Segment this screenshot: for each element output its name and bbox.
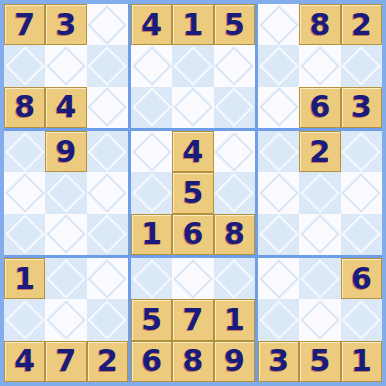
given-digit: 3 [56, 10, 77, 40]
cell-r7c2[interactable] [45, 258, 86, 299]
cell-r8c4: 5 [131, 299, 172, 340]
given-digit: 9 [56, 137, 77, 167]
cell-r2c5[interactable] [172, 45, 213, 86]
given-digit: 2 [310, 137, 331, 167]
diamond-icon [259, 259, 299, 299]
box-3: 8263 [258, 4, 382, 128]
cell-r4c2: 9 [45, 131, 86, 172]
diamond-icon [214, 173, 254, 213]
cell-r7c4[interactable] [131, 258, 172, 299]
given-digit: 1 [141, 219, 162, 249]
cell-r9c9: 1 [341, 341, 382, 382]
cell-r6c3[interactable] [87, 214, 128, 255]
given-digit: 5 [183, 178, 204, 208]
diamond-icon [300, 300, 340, 340]
cell-r7c1: 1 [4, 258, 45, 299]
diamond-icon [259, 5, 299, 45]
sudoku-board: 7384 415 8263 9 45168 2 1472 571689 6351 [0, 0, 386, 386]
diamond-icon [87, 300, 127, 340]
given-digit: 5 [141, 305, 162, 335]
cell-r6c6: 8 [214, 214, 255, 255]
given-digit: 4 [183, 137, 204, 167]
diamond-icon [341, 46, 381, 86]
given-digit: 5 [224, 10, 245, 40]
diamond-icon [259, 214, 299, 254]
cell-r5c2[interactable] [45, 172, 86, 213]
cell-r7c6[interactable] [214, 258, 255, 299]
diamond-icon [132, 46, 172, 86]
given-digit: 1 [14, 264, 35, 294]
given-digit: 6 [351, 264, 372, 294]
cell-r6c7[interactable] [258, 214, 299, 255]
diamond-icon [46, 259, 86, 299]
given-digit: 1 [183, 10, 204, 40]
cell-r3c8: 6 [299, 87, 340, 128]
cell-r8c8[interactable] [299, 299, 340, 340]
diamond-icon [173, 87, 213, 127]
cell-r3c2: 4 [45, 87, 86, 128]
cell-r9c8: 5 [299, 341, 340, 382]
diamond-icon [341, 173, 381, 213]
diamond-icon [300, 173, 340, 213]
box-2: 415 [131, 4, 255, 128]
given-digit: 6 [141, 346, 162, 376]
cell-r5c5: 5 [172, 172, 213, 213]
diamond-icon [259, 87, 299, 127]
cell-r4c1[interactable] [4, 131, 45, 172]
diamond-icon [259, 173, 299, 213]
diamond-icon [259, 46, 299, 86]
given-digit: 5 [310, 346, 331, 376]
box-5: 45168 [131, 131, 255, 255]
cell-r5c3[interactable] [87, 172, 128, 213]
diamond-icon [46, 214, 86, 254]
cell-r2c3[interactable] [87, 45, 128, 86]
cell-r6c5: 6 [172, 214, 213, 255]
given-digit: 6 [310, 92, 331, 122]
diamond-icon [341, 300, 381, 340]
cell-r6c4: 1 [131, 214, 172, 255]
cell-r1c3[interactable] [87, 4, 128, 45]
cell-r3c4[interactable] [131, 87, 172, 128]
diamond-icon [214, 46, 254, 86]
cell-r1c4: 4 [131, 4, 172, 45]
cell-r8c9[interactable] [341, 299, 382, 340]
cell-r7c5[interactable] [172, 258, 213, 299]
diamond-icon [87, 259, 127, 299]
cell-r5c8[interactable] [299, 172, 340, 213]
diamond-icon [46, 173, 86, 213]
cell-r4c7[interactable] [258, 131, 299, 172]
diamond-icon [132, 132, 172, 172]
diamond-icon [46, 300, 86, 340]
cell-r5c6[interactable] [214, 172, 255, 213]
cell-r3c7[interactable] [258, 87, 299, 128]
cell-r9c5: 8 [172, 341, 213, 382]
given-digit: 3 [268, 346, 289, 376]
cell-r3c5[interactable] [172, 87, 213, 128]
cell-r9c7: 3 [258, 341, 299, 382]
cell-r1c7[interactable] [258, 4, 299, 45]
cell-r7c8[interactable] [299, 258, 340, 299]
diamond-icon [87, 173, 127, 213]
cell-r9c6: 9 [214, 341, 255, 382]
cell-r3c9: 3 [341, 87, 382, 128]
given-digit: 8 [14, 92, 35, 122]
given-digit: 4 [14, 346, 35, 376]
cell-r6c1[interactable] [4, 214, 45, 255]
cell-r9c3: 2 [87, 341, 128, 382]
box-6: 2 [258, 131, 382, 255]
cell-r7c7[interactable] [258, 258, 299, 299]
cell-r4c8: 2 [299, 131, 340, 172]
given-digit: 7 [14, 10, 35, 40]
cell-r2c4[interactable] [131, 45, 172, 86]
box-9: 6351 [258, 258, 382, 382]
cell-r4c5: 4 [172, 131, 213, 172]
diamond-icon [5, 214, 45, 254]
diamond-icon [87, 87, 127, 127]
cell-r4c9[interactable] [341, 131, 382, 172]
cell-r1c8: 8 [299, 4, 340, 45]
cell-r3c3[interactable] [87, 87, 128, 128]
given-digit: 9 [224, 346, 245, 376]
given-digit: 6 [183, 219, 204, 249]
given-digit: 7 [183, 305, 204, 335]
given-digit: 4 [56, 92, 77, 122]
diamond-icon [132, 173, 172, 213]
diamond-icon [259, 300, 299, 340]
diamond-icon [5, 46, 45, 86]
diamond-icon [132, 87, 172, 127]
cell-r5c9[interactable] [341, 172, 382, 213]
diamond-icon [87, 132, 127, 172]
cell-r6c2[interactable] [45, 214, 86, 255]
cell-r7c3[interactable] [87, 258, 128, 299]
diamond-icon [259, 132, 299, 172]
cell-r9c1: 4 [4, 341, 45, 382]
cell-r2c2[interactable] [45, 45, 86, 86]
cell-r1c5: 1 [172, 4, 213, 45]
given-digit: 1 [351, 346, 372, 376]
diamond-icon [46, 46, 86, 86]
cell-r1c6: 5 [214, 4, 255, 45]
given-digit: 3 [351, 92, 372, 122]
given-digit: 8 [224, 219, 245, 249]
cell-r8c2[interactable] [45, 299, 86, 340]
diamond-icon [341, 132, 381, 172]
cell-r2c8[interactable] [299, 45, 340, 86]
cell-r8c7[interactable] [258, 299, 299, 340]
diamond-icon [173, 46, 213, 86]
cell-r6c9[interactable] [341, 214, 382, 255]
cell-r4c4[interactable] [131, 131, 172, 172]
diamond-icon [300, 259, 340, 299]
diamond-icon [300, 214, 340, 254]
cell-r8c1[interactable] [4, 299, 45, 340]
diamond-icon [87, 214, 127, 254]
cell-r4c6[interactable] [214, 131, 255, 172]
diamond-icon [214, 259, 254, 299]
cell-r2c1[interactable] [4, 45, 45, 86]
diamond-icon [87, 46, 127, 86]
box-7: 1472 [4, 258, 128, 382]
diamond-icon [341, 214, 381, 254]
given-digit: 8 [310, 10, 331, 40]
cell-r8c5: 7 [172, 299, 213, 340]
box-4: 9 [4, 131, 128, 255]
given-digit: 8 [183, 346, 204, 376]
diamond-icon [173, 259, 213, 299]
cell-r7c9: 6 [341, 258, 382, 299]
diamond-icon [5, 132, 45, 172]
given-digit: 2 [351, 10, 372, 40]
box-8: 571689 [131, 258, 255, 382]
given-digit: 7 [56, 346, 77, 376]
diamond-icon [132, 259, 172, 299]
diamond-icon [300, 46, 340, 86]
given-digit: 1 [224, 305, 245, 335]
cell-r4c3[interactable] [87, 131, 128, 172]
cell-r1c1: 7 [4, 4, 45, 45]
cell-r3c1: 8 [4, 87, 45, 128]
cell-r9c4: 6 [131, 341, 172, 382]
cell-r1c9: 2 [341, 4, 382, 45]
diamond-icon [214, 87, 254, 127]
cell-r5c1[interactable] [4, 172, 45, 213]
cell-r3c6[interactable] [214, 87, 255, 128]
cell-r9c2: 7 [45, 341, 86, 382]
given-digit: 4 [141, 10, 162, 40]
cell-r5c7[interactable] [258, 172, 299, 213]
diamond-icon [87, 5, 127, 45]
cell-r2c9[interactable] [341, 45, 382, 86]
cell-r5c4[interactable] [131, 172, 172, 213]
diamond-icon [5, 173, 45, 213]
diamond-icon [214, 132, 254, 172]
cell-r6c8[interactable] [299, 214, 340, 255]
box-1: 7384 [4, 4, 128, 128]
diamond-icon [5, 300, 45, 340]
cell-r2c6[interactable] [214, 45, 255, 86]
cell-r2c7[interactable] [258, 45, 299, 86]
given-digit: 2 [97, 346, 118, 376]
cell-r1c2: 3 [45, 4, 86, 45]
cell-r8c3[interactable] [87, 299, 128, 340]
cell-r8c6: 1 [214, 299, 255, 340]
